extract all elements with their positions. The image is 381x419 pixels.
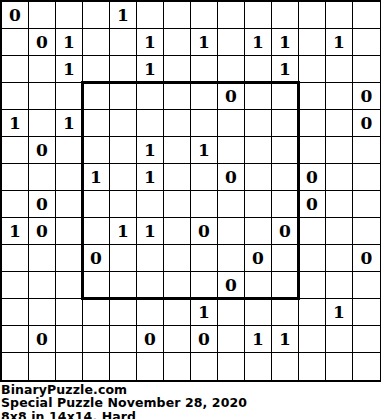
cell-r7c9: 0: [218, 164, 245, 191]
cell-r13c13[interactable]: [326, 326, 353, 353]
cell-r3c14[interactable]: [353, 56, 380, 83]
cell-r4c9: 0: [218, 83, 245, 110]
cell-r6c10[interactable]: [245, 137, 272, 164]
cell-r10c14: 0: [353, 245, 380, 272]
cell-r7c2[interactable]: [29, 164, 56, 191]
cell-r2c3: 1: [56, 29, 83, 56]
cell-r7c12: 0: [299, 164, 326, 191]
cell-r2c2: 0: [29, 29, 56, 56]
cell-r14c8[interactable]: [191, 353, 218, 380]
cell-r4c7[interactable]: [164, 83, 191, 110]
cell-r10c1[interactable]: [2, 245, 29, 272]
cell-r7c3[interactable]: [56, 164, 83, 191]
cell-r7c8[interactable]: [191, 164, 218, 191]
cell-r9c10[interactable]: [245, 218, 272, 245]
cell-r1c11[interactable]: [272, 2, 299, 29]
cell-r11c9: 0: [218, 272, 245, 299]
cell-r12c7[interactable]: [164, 299, 191, 326]
cell-r4c4[interactable]: [83, 83, 110, 110]
cell-r2c10: 1: [245, 29, 272, 56]
cell-r9c3[interactable]: [56, 218, 83, 245]
cell-r1c5: 1: [110, 2, 137, 29]
cell-r12c1[interactable]: [2, 299, 29, 326]
cell-r12c4[interactable]: [83, 299, 110, 326]
cell-r1c4[interactable]: [83, 2, 110, 29]
cell-r8c9[interactable]: [218, 191, 245, 218]
cell-r9c9[interactable]: [218, 218, 245, 245]
cell-r2c12[interactable]: [299, 29, 326, 56]
cell-r10c6[interactable]: [137, 245, 164, 272]
cell-r7c11[interactable]: [272, 164, 299, 191]
cell-r7c13[interactable]: [326, 164, 353, 191]
cell-r13c1[interactable]: [2, 326, 29, 353]
cell-r14c13[interactable]: [326, 353, 353, 380]
cell-r4c10[interactable]: [245, 83, 272, 110]
cell-r10c7[interactable]: [164, 245, 191, 272]
cell-r1c14[interactable]: [353, 2, 380, 29]
cell-r8c8[interactable]: [191, 191, 218, 218]
cell-r4c2[interactable]: [29, 83, 56, 110]
cell-r4c8[interactable]: [191, 83, 218, 110]
cell-r6c4[interactable]: [83, 137, 110, 164]
cell-r9c7[interactable]: [164, 218, 191, 245]
cell-r14c14[interactable]: [353, 353, 380, 380]
cell-r11c11[interactable]: [272, 272, 299, 299]
cell-r8c1[interactable]: [2, 191, 29, 218]
cell-r11c5[interactable]: [110, 272, 137, 299]
cell-r1c8[interactable]: [191, 2, 218, 29]
cell-r1c10[interactable]: [245, 2, 272, 29]
cell-r14c6[interactable]: [137, 353, 164, 380]
cell-r7c14[interactable]: [353, 164, 380, 191]
cell-r12c9[interactable]: [218, 299, 245, 326]
cell-r14c2[interactable]: [29, 353, 56, 380]
cell-r5c2[interactable]: [29, 110, 56, 137]
cell-r6c8: 1: [191, 137, 218, 164]
cell-r8c6[interactable]: [137, 191, 164, 218]
cell-r5c11[interactable]: [272, 110, 299, 137]
cell-r13c4[interactable]: [83, 326, 110, 353]
cell-r1c3[interactable]: [56, 2, 83, 29]
cell-r6c14[interactable]: [353, 137, 380, 164]
cell-r2c4[interactable]: [83, 29, 110, 56]
cell-r4c1[interactable]: [2, 83, 29, 110]
cell-r11c2[interactable]: [29, 272, 56, 299]
cell-r2c13: 1: [326, 29, 353, 56]
cell-r14c3[interactable]: [56, 353, 83, 380]
cell-r13c11: 1: [272, 326, 299, 353]
cell-r10c12[interactable]: [299, 245, 326, 272]
cell-r1c13[interactable]: [326, 2, 353, 29]
cell-r4c13[interactable]: [326, 83, 353, 110]
cell-r13c9[interactable]: [218, 326, 245, 353]
cell-r8c3[interactable]: [56, 191, 83, 218]
cell-r4c3[interactable]: [56, 83, 83, 110]
cell-r9c5: 1: [110, 218, 137, 245]
cell-r4c11[interactable]: [272, 83, 299, 110]
cell-r6c11[interactable]: [272, 137, 299, 164]
cell-r1c6[interactable]: [137, 2, 164, 29]
cell-r4c5[interactable]: [110, 83, 137, 110]
cell-r6c5[interactable]: [110, 137, 137, 164]
cell-r3c7[interactable]: [164, 56, 191, 83]
cell-r1c12[interactable]: [299, 2, 326, 29]
cell-r7c6: 1: [137, 164, 164, 191]
cell-r11c10[interactable]: [245, 272, 272, 299]
cell-r14c4[interactable]: [83, 353, 110, 380]
cell-r1c9[interactable]: [218, 2, 245, 29]
cell-r3c8[interactable]: [191, 56, 218, 83]
cell-r11c12[interactable]: [299, 272, 326, 299]
cell-r9c6: 1: [137, 218, 164, 245]
cell-r13c3[interactable]: [56, 326, 83, 353]
cell-r3c11: 1: [272, 56, 299, 83]
cell-r2c6: 1: [137, 29, 164, 56]
cell-r2c5[interactable]: [110, 29, 137, 56]
cell-r5c14: 0: [353, 110, 380, 137]
cell-r5c10[interactable]: [245, 110, 272, 137]
cell-r7c4: 1: [83, 164, 110, 191]
cell-r3c9[interactable]: [218, 56, 245, 83]
binary-puzzle-page: 0101111111110011001111000010110000001100…: [0, 0, 381, 419]
cell-r13c12[interactable]: [299, 326, 326, 353]
cell-r8c14[interactable]: [353, 191, 380, 218]
cell-r2c7[interactable]: [164, 29, 191, 56]
cell-r14c11[interactable]: [272, 353, 299, 380]
cell-r1c7[interactable]: [164, 2, 191, 29]
cell-r12c2[interactable]: [29, 299, 56, 326]
cell-r8c7[interactable]: [164, 191, 191, 218]
cell-r10c11[interactable]: [272, 245, 299, 272]
cell-r6c2: 0: [29, 137, 56, 164]
cell-r13c7[interactable]: [164, 326, 191, 353]
binary-puzzle-board: 0101111111110011001111000010110000001100…: [0, 0, 381, 382]
cell-r5c8[interactable]: [191, 110, 218, 137]
cell-r10c3[interactable]: [56, 245, 83, 272]
cell-r6c3[interactable]: [56, 137, 83, 164]
cell-r2c11: 1: [272, 29, 299, 56]
cell-r8c5[interactable]: [110, 191, 137, 218]
cell-r2c9[interactable]: [218, 29, 245, 56]
cell-r5c9[interactable]: [218, 110, 245, 137]
cell-r11c14[interactable]: [353, 272, 380, 299]
cell-r6c9[interactable]: [218, 137, 245, 164]
cell-r14c9[interactable]: [218, 353, 245, 380]
cell-r3c5[interactable]: [110, 56, 137, 83]
cell-r11c6[interactable]: [137, 272, 164, 299]
cell-r14c1[interactable]: [2, 353, 29, 380]
cell-r11c13[interactable]: [326, 272, 353, 299]
cell-r10c10: 0: [245, 245, 272, 272]
cell-r10c4: 0: [83, 245, 110, 272]
cell-r6c1[interactable]: [2, 137, 29, 164]
cell-r6c6: 1: [137, 137, 164, 164]
cell-r2c14[interactable]: [353, 29, 380, 56]
cell-r8c12: 0: [299, 191, 326, 218]
cell-r14c12[interactable]: [299, 353, 326, 380]
puzzle-date: Special Puzzle November 28, 2020: [1, 396, 381, 409]
cell-r9c12[interactable]: [299, 218, 326, 245]
cell-r3c3: 1: [56, 56, 83, 83]
cell-r12c12[interactable]: [299, 299, 326, 326]
cell-r10c13[interactable]: [326, 245, 353, 272]
cell-r11c3[interactable]: [56, 272, 83, 299]
cell-r12c13: 1: [326, 299, 353, 326]
cell-r5c7[interactable]: [164, 110, 191, 137]
cell-r9c1: 1: [2, 218, 29, 245]
cell-r14c7[interactable]: [164, 353, 191, 380]
cell-r12c5[interactable]: [110, 299, 137, 326]
cell-r13c14[interactable]: [353, 326, 380, 353]
cell-r6c13[interactable]: [326, 137, 353, 164]
cell-r14c10[interactable]: [245, 353, 272, 380]
cell-r3c6: 1: [137, 56, 164, 83]
cell-r11c1[interactable]: [2, 272, 29, 299]
cell-r8c2: 0: [29, 191, 56, 218]
cell-r9c14[interactable]: [353, 218, 380, 245]
cell-r3c12[interactable]: [299, 56, 326, 83]
cell-r7c7[interactable]: [164, 164, 191, 191]
cell-r6c12[interactable]: [299, 137, 326, 164]
cell-r5c5[interactable]: [110, 110, 137, 137]
cell-r13c8: 0: [191, 326, 218, 353]
puzzle-footer: BinaryPuzzle.com Special Puzzle November…: [0, 382, 381, 419]
cell-r11c7[interactable]: [164, 272, 191, 299]
cell-r8c4[interactable]: [83, 191, 110, 218]
cell-r10c8[interactable]: [191, 245, 218, 272]
cell-r3c4[interactable]: [83, 56, 110, 83]
cell-r7c10[interactable]: [245, 164, 272, 191]
cell-r7c5[interactable]: [110, 164, 137, 191]
cell-r3c1[interactable]: [2, 56, 29, 83]
cell-r7c1[interactable]: [2, 164, 29, 191]
cell-r13c2: 0: [29, 326, 56, 353]
cell-r13c6: 0: [137, 326, 164, 353]
cell-r10c2[interactable]: [29, 245, 56, 272]
cell-r4c14: 0: [353, 83, 380, 110]
cell-r10c5[interactable]: [110, 245, 137, 272]
cell-r5c6[interactable]: [137, 110, 164, 137]
cell-r5c3: 1: [56, 110, 83, 137]
cell-r1c1: 0: [2, 2, 29, 29]
cell-r11c4[interactable]: [83, 272, 110, 299]
cell-r13c5[interactable]: [110, 326, 137, 353]
cell-r12c11[interactable]: [272, 299, 299, 326]
cell-r12c8: 1: [191, 299, 218, 326]
cell-r9c8: 0: [191, 218, 218, 245]
cell-r12c6[interactable]: [137, 299, 164, 326]
cell-r9c13[interactable]: [326, 218, 353, 245]
cell-r12c10[interactable]: [245, 299, 272, 326]
cell-r9c11: 0: [272, 218, 299, 245]
cell-r14c5[interactable]: [110, 353, 137, 380]
cell-r3c10[interactable]: [245, 56, 272, 83]
cell-r2c8: 1: [191, 29, 218, 56]
cell-r12c3[interactable]: [56, 299, 83, 326]
cell-r1c2[interactable]: [29, 2, 56, 29]
cell-r10c9[interactable]: [218, 245, 245, 272]
cell-r13c10: 1: [245, 326, 272, 353]
cell-r5c13[interactable]: [326, 110, 353, 137]
cell-r5c1: 1: [2, 110, 29, 137]
cell-r3c2[interactable]: [29, 56, 56, 83]
cell-r8c11[interactable]: [272, 191, 299, 218]
cell-r11c8[interactable]: [191, 272, 218, 299]
cell-r6c7[interactable]: [164, 137, 191, 164]
cell-r5c12[interactable]: [299, 110, 326, 137]
cell-r2c1[interactable]: [2, 29, 29, 56]
puzzle-difficulty: 8x8 in 14x14, Hard: [1, 410, 381, 419]
site-title: BinaryPuzzle.com: [1, 383, 381, 396]
cell-r9c4[interactable]: [83, 218, 110, 245]
cell-r8c10[interactable]: [245, 191, 272, 218]
cell-r8c13[interactable]: [326, 191, 353, 218]
cell-r3c13[interactable]: [326, 56, 353, 83]
cell-r4c6[interactable]: [137, 83, 164, 110]
cell-r4c12[interactable]: [299, 83, 326, 110]
cell-r9c2: 0: [29, 218, 56, 245]
cell-r12c14[interactable]: [353, 299, 380, 326]
cell-r5c4[interactable]: [83, 110, 110, 137]
